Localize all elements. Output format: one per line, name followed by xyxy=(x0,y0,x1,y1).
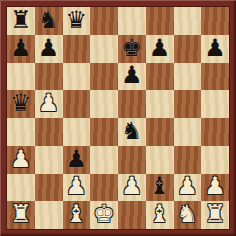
piece-black-rook: ♜ xyxy=(10,8,32,32)
square-a4[interactable] xyxy=(7,118,35,146)
square-d6[interactable] xyxy=(90,63,118,91)
piece-white-pawn: ♟ xyxy=(121,174,143,198)
square-d1[interactable]: ♚ xyxy=(90,201,118,229)
piece-white-king: ♚ xyxy=(93,202,115,226)
square-b1[interactable] xyxy=(35,201,63,229)
square-d5[interactable] xyxy=(90,90,118,118)
square-e2[interactable]: ♟ xyxy=(118,174,146,202)
square-g7[interactable] xyxy=(174,35,202,63)
square-g4[interactable] xyxy=(174,118,202,146)
square-d2[interactable] xyxy=(90,174,118,202)
piece-black-pawn: ♟ xyxy=(204,36,226,60)
square-a5[interactable]: ♛ xyxy=(7,90,35,118)
square-f3[interactable] xyxy=(146,146,174,174)
square-f1[interactable]: ♝ xyxy=(146,201,174,229)
square-e1[interactable] xyxy=(118,201,146,229)
square-e7[interactable]: ♚ xyxy=(118,35,146,63)
piece-black-knight: ♞ xyxy=(38,8,60,32)
square-a2[interactable] xyxy=(7,174,35,202)
square-e5[interactable] xyxy=(118,90,146,118)
piece-black-pawn: ♟ xyxy=(149,36,171,60)
square-a3[interactable]: ♟ xyxy=(7,146,35,174)
board-frame: ♜♞♛♟♟♚♟♟♟♛♟♞♟♟♟♟♝♟♟♜♝♚♝♞♜ xyxy=(0,0,236,236)
square-c5[interactable] xyxy=(63,90,91,118)
piece-black-queen: ♛ xyxy=(66,8,88,32)
piece-black-pawn: ♟ xyxy=(121,63,143,87)
square-c4[interactable] xyxy=(63,118,91,146)
square-b6[interactable] xyxy=(35,63,63,91)
square-c1[interactable]: ♝ xyxy=(63,201,91,229)
square-f5[interactable] xyxy=(146,90,174,118)
piece-white-rook: ♜ xyxy=(204,202,226,226)
piece-black-king: ♚ xyxy=(121,36,143,60)
square-b8[interactable]: ♞ xyxy=(35,7,63,35)
square-h1[interactable]: ♜ xyxy=(201,201,229,229)
piece-white-pawn: ♟ xyxy=(10,147,32,171)
square-d8[interactable] xyxy=(90,7,118,35)
square-h4[interactable] xyxy=(201,118,229,146)
square-g6[interactable] xyxy=(174,63,202,91)
chess-board: ♜♞♛♟♟♚♟♟♟♛♟♞♟♟♟♟♝♟♟♜♝♚♝♞♜ xyxy=(7,7,229,229)
piece-black-pawn: ♟ xyxy=(10,36,32,60)
piece-white-pawn: ♟ xyxy=(177,174,199,198)
square-a6[interactable] xyxy=(7,63,35,91)
square-h3[interactable] xyxy=(201,146,229,174)
square-b3[interactable] xyxy=(35,146,63,174)
square-f6[interactable] xyxy=(146,63,174,91)
piece-white-rook: ♜ xyxy=(10,202,32,226)
piece-white-pawn: ♟ xyxy=(204,174,226,198)
square-e6[interactable]: ♟ xyxy=(118,63,146,91)
square-c2[interactable]: ♟ xyxy=(63,174,91,202)
piece-black-knight: ♞ xyxy=(121,119,143,143)
piece-black-queen: ♛ xyxy=(10,91,32,115)
square-b5[interactable]: ♟ xyxy=(35,90,63,118)
square-g3[interactable] xyxy=(174,146,202,174)
square-a8[interactable]: ♜ xyxy=(7,7,35,35)
square-d4[interactable] xyxy=(90,118,118,146)
piece-black-pawn: ♟ xyxy=(38,36,60,60)
square-d7[interactable] xyxy=(90,35,118,63)
square-e8[interactable] xyxy=(118,7,146,35)
square-b4[interactable] xyxy=(35,118,63,146)
square-g1[interactable]: ♞ xyxy=(174,201,202,229)
square-f7[interactable]: ♟ xyxy=(146,35,174,63)
square-c3[interactable]: ♟ xyxy=(63,146,91,174)
square-h8[interactable] xyxy=(201,7,229,35)
square-g2[interactable]: ♟ xyxy=(174,174,202,202)
square-g8[interactable] xyxy=(174,7,202,35)
square-b2[interactable] xyxy=(35,174,63,202)
square-f8[interactable] xyxy=(146,7,174,35)
piece-black-bishop: ♝ xyxy=(149,174,171,198)
piece-white-bishop: ♝ xyxy=(66,202,88,226)
square-g5[interactable] xyxy=(174,90,202,118)
square-d3[interactable] xyxy=(90,146,118,174)
piece-black-pawn: ♟ xyxy=(66,147,88,171)
square-f4[interactable] xyxy=(146,118,174,146)
square-h7[interactable]: ♟ xyxy=(201,35,229,63)
square-a7[interactable]: ♟ xyxy=(7,35,35,63)
piece-white-pawn: ♟ xyxy=(66,174,88,198)
square-h6[interactable] xyxy=(201,63,229,91)
piece-white-pawn: ♟ xyxy=(38,91,60,115)
square-e4[interactable]: ♞ xyxy=(118,118,146,146)
square-h5[interactable] xyxy=(201,90,229,118)
square-b7[interactable]: ♟ xyxy=(35,35,63,63)
square-f2[interactable]: ♝ xyxy=(146,174,174,202)
square-e3[interactable] xyxy=(118,146,146,174)
square-c7[interactable] xyxy=(63,35,91,63)
piece-white-knight: ♞ xyxy=(177,202,199,226)
piece-white-bishop: ♝ xyxy=(149,202,171,226)
square-a1[interactable]: ♜ xyxy=(7,201,35,229)
square-h2[interactable]: ♟ xyxy=(201,174,229,202)
square-c6[interactable] xyxy=(63,63,91,91)
square-c8[interactable]: ♛ xyxy=(63,7,91,35)
